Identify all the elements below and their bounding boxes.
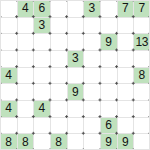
cell-r6c9-empty[interactable] <box>133 83 150 100</box>
cell-r5c4-empty[interactable] <box>50 67 67 84</box>
clue-number: 3 <box>89 2 95 14</box>
cell-r1c2-clue: 4 <box>17 0 34 17</box>
cell-r5c6-empty[interactable] <box>83 67 100 84</box>
cell-r7c4-empty[interactable] <box>50 100 67 117</box>
cell-r9c9-empty[interactable] <box>133 133 150 150</box>
clue-number: 8 <box>55 136 61 148</box>
clue-number: 9 <box>72 86 78 98</box>
cell-r8c2-empty[interactable] <box>17 117 34 134</box>
cell-r9c7-clue: 9 <box>100 133 117 150</box>
cell-r5c2-empty[interactable] <box>17 67 34 84</box>
cell-r2c8-empty[interactable] <box>117 17 134 34</box>
cell-r9c4-clue: 8 <box>50 133 67 150</box>
clue-number: 8 <box>22 136 28 148</box>
cell-r3c7-clue: 9 <box>100 33 117 50</box>
cell-r3c8-empty[interactable] <box>117 33 134 50</box>
cell-r9c5-empty[interactable] <box>67 133 84 150</box>
cell-r2c2-empty[interactable] <box>17 17 34 34</box>
clue-number: 3 <box>39 19 45 31</box>
cell-r6c2-empty[interactable] <box>17 83 34 100</box>
clue-number: 8 <box>139 69 145 81</box>
cell-r4c1-empty[interactable] <box>0 50 17 67</box>
cell-r3c6-empty[interactable] <box>83 33 100 50</box>
clue-number: 7 <box>122 2 128 14</box>
cell-r8c7-clue: 6 <box>100 117 117 134</box>
cell-r5c1-clue: 4 <box>0 67 17 84</box>
puzzle-grid: 463773913348944688899 <box>0 0 150 150</box>
cell-r6c1-empty[interactable] <box>0 83 17 100</box>
cell-r1c3-clue: 6 <box>33 0 50 17</box>
cell-r2c4-empty[interactable] <box>50 17 67 34</box>
clue-number: 9 <box>105 36 111 48</box>
cell-r3c4-empty[interactable] <box>50 33 67 50</box>
cell-r2c5-empty[interactable] <box>67 17 84 34</box>
cell-r9c2-clue: 8 <box>17 133 34 150</box>
clue-number: 3 <box>72 52 78 64</box>
cell-r1c7-empty[interactable] <box>100 0 117 17</box>
cell-r3c3-empty[interactable] <box>33 33 50 50</box>
clue-number: 7 <box>139 2 145 14</box>
clue-number: 4 <box>22 2 28 14</box>
cell-r5c7-empty[interactable] <box>100 67 117 84</box>
cell-r4c8-empty[interactable] <box>117 50 134 67</box>
cell-r7c7-empty[interactable] <box>100 100 117 117</box>
cell-r2c7-empty[interactable] <box>100 17 117 34</box>
cell-r6c7-empty[interactable] <box>100 83 117 100</box>
cell-r1c9-clue: 7 <box>133 0 150 17</box>
cell-r1c5-empty[interactable] <box>67 0 84 17</box>
clue-number: 9 <box>122 136 128 148</box>
cell-r6c6-empty[interactable] <box>83 83 100 100</box>
cell-r8c1-empty[interactable] <box>0 117 17 134</box>
cell-r9c1-clue: 8 <box>0 133 17 150</box>
clue-number: 13 <box>135 36 147 48</box>
cell-r8c4-empty[interactable] <box>50 117 67 134</box>
puzzle-board: 463773913348944688899 <box>0 0 150 150</box>
cell-r4c3-empty[interactable] <box>33 50 50 67</box>
cell-r6c3-empty[interactable] <box>33 83 50 100</box>
clue-number: 9 <box>105 136 111 148</box>
cell-r8c3-empty[interactable] <box>33 117 50 134</box>
cell-r8c5-empty[interactable] <box>67 117 84 134</box>
clue-number: 4 <box>5 102 11 114</box>
cell-r7c9-empty[interactable] <box>133 100 150 117</box>
cell-r3c9-clue: 13 <box>133 33 150 50</box>
cell-r7c5-empty[interactable] <box>67 100 84 117</box>
cell-r2c1-empty[interactable] <box>0 17 17 34</box>
cell-r7c3-clue: 4 <box>33 100 50 117</box>
cell-r2c3-clue: 3 <box>33 17 50 34</box>
cell-r2c6-empty[interactable] <box>83 17 100 34</box>
cell-r1c1-empty[interactable] <box>0 0 17 17</box>
cell-r4c2-empty[interactable] <box>17 50 34 67</box>
cell-r5c5-empty[interactable] <box>67 67 84 84</box>
clue-number: 6 <box>39 2 45 14</box>
cell-r5c3-empty[interactable] <box>33 67 50 84</box>
cell-r1c4-empty[interactable] <box>50 0 67 17</box>
cell-r7c1-clue: 4 <box>0 100 17 117</box>
cell-r2c9-empty[interactable] <box>133 17 150 34</box>
cell-r3c5-empty[interactable] <box>67 33 84 50</box>
cell-r4c5-clue: 3 <box>67 50 84 67</box>
clue-number: 8 <box>5 136 11 148</box>
cell-r9c3-empty[interactable] <box>33 133 50 150</box>
cell-r1c6-clue: 3 <box>83 0 100 17</box>
cell-r7c6-empty[interactable] <box>83 100 100 117</box>
cell-r4c9-empty[interactable] <box>133 50 150 67</box>
cell-r4c7-empty[interactable] <box>100 50 117 67</box>
cell-r3c2-empty[interactable] <box>17 33 34 50</box>
cell-r1c8-clue: 7 <box>117 0 134 17</box>
cell-r5c8-empty[interactable] <box>117 67 134 84</box>
cell-r4c4-empty[interactable] <box>50 50 67 67</box>
cell-r6c4-empty[interactable] <box>50 83 67 100</box>
clue-number: 6 <box>105 119 111 131</box>
cell-r8c9-empty[interactable] <box>133 117 150 134</box>
cell-r7c8-empty[interactable] <box>117 100 134 117</box>
cell-r9c6-empty[interactable] <box>83 133 100 150</box>
cell-r9c8-clue: 9 <box>117 133 134 150</box>
cell-r4c6-empty[interactable] <box>83 50 100 67</box>
cell-r5c9-clue: 8 <box>133 67 150 84</box>
cell-r7c2-empty[interactable] <box>17 100 34 117</box>
cell-r6c8-empty[interactable] <box>117 83 134 100</box>
cell-r3c1-empty[interactable] <box>0 33 17 50</box>
cell-r8c6-empty[interactable] <box>83 117 100 134</box>
cell-r6c5-clue: 9 <box>67 83 84 100</box>
cell-r8c8-empty[interactable] <box>117 117 134 134</box>
clue-number: 4 <box>39 102 45 114</box>
clue-number: 4 <box>5 69 11 81</box>
